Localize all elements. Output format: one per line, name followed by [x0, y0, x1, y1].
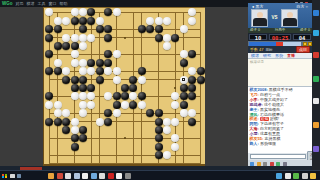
black-stone[interactable] [79, 76, 87, 84]
white-stone[interactable] [113, 8, 121, 16]
black-stone[interactable] [96, 59, 104, 67]
tab-4[interactable]: 直播 [287, 53, 295, 59]
black-stone[interactable] [71, 143, 79, 151]
white-stone[interactable] [71, 8, 79, 16]
quick-launch-icon[interactable] [10, 174, 15, 179]
time-label: 用时 [266, 48, 294, 52]
white-stone[interactable] [79, 34, 87, 42]
black-stone[interactable] [129, 76, 137, 84]
white-stone[interactable] [163, 126, 171, 134]
white-stone[interactable] [71, 34, 79, 42]
black-stone[interactable] [171, 34, 179, 42]
white-stone[interactable] [113, 76, 121, 84]
black-stone[interactable] [138, 25, 146, 33]
go-board[interactable] [43, 7, 205, 166]
black-stone[interactable] [79, 126, 87, 134]
black-player-name: ● 黑方 [252, 4, 264, 9]
menu-item[interactable]: 棋谱 [27, 0, 35, 7]
white-stone[interactable] [54, 101, 62, 109]
black-stone[interactable] [155, 151, 163, 159]
black-stone[interactable] [71, 134, 79, 142]
white-stone[interactable] [79, 42, 87, 50]
chat-tool-icon[interactable] [283, 162, 287, 166]
black-stone[interactable] [45, 118, 53, 126]
chat-input-row: 发送 [248, 153, 312, 160]
desktop-icon[interactable] [313, 30, 319, 36]
avatar-suit [283, 18, 297, 27]
menu-item[interactable]: 对局 [16, 0, 24, 7]
black-stone[interactable] [104, 59, 112, 67]
chat-tool-icon[interactable] [276, 162, 280, 166]
taskbar-app-icon[interactable] [57, 173, 63, 179]
quick-launch [10, 174, 21, 179]
white-stone[interactable] [163, 42, 171, 50]
app-logo: WGo [2, 0, 13, 7]
move-list[interactable]: 棋谱记录 [248, 59, 312, 87]
black-stone[interactable] [155, 34, 163, 42]
white-stone[interactable] [146, 17, 154, 25]
start-button[interactable] [2, 174, 7, 179]
white-stone[interactable] [71, 126, 79, 134]
white-stone[interactable] [180, 25, 188, 33]
players-area: ● 黑方 白方 ○ VS [248, 3, 312, 28]
star-point [124, 37, 126, 39]
count-button[interactable]: 点目 [296, 46, 310, 53]
desktop-icon[interactable] [313, 146, 319, 152]
tab-3[interactable]: 形势 [275, 53, 283, 59]
black-stone[interactable] [155, 109, 163, 117]
tray-icon[interactable] [302, 173, 308, 179]
chat-tool-icon[interactable] [257, 162, 261, 166]
white-clock: 04 [293, 34, 311, 40]
chat-tool-icon[interactable] [263, 162, 267, 166]
white-stone[interactable] [138, 76, 146, 84]
black-stone[interactable] [96, 76, 104, 84]
white-stone[interactable] [62, 34, 70, 42]
black-avatar [251, 9, 268, 27]
system-tray [276, 173, 316, 179]
menu-bar: 对局棋谱工具窗口帮助 [16, 0, 68, 7]
chat-tool-icon[interactable] [270, 162, 274, 166]
taskbar [0, 170, 320, 180]
taskbar-app-icon[interactable] [48, 173, 54, 179]
black-stone[interactable] [188, 76, 196, 84]
black-stone[interactable] [155, 143, 163, 151]
winrate-white-segment [283, 42, 301, 46]
white-stone[interactable] [171, 118, 179, 126]
white-stone[interactable] [113, 67, 121, 75]
black-clock: 10 [249, 34, 267, 40]
tray-icon[interactable] [285, 173, 291, 179]
black-stone[interactable] [155, 118, 163, 126]
desktop-icon[interactable] [313, 76, 319, 82]
chat-area[interactable]: 棋友2008: 黑棋这手不错飞刀: 白稍亏一点小李: 中腹大战开始了观战者: 这… [248, 87, 312, 153]
black-stone[interactable] [62, 118, 70, 126]
white-stone[interactable] [54, 59, 62, 67]
white-stone[interactable] [71, 59, 79, 67]
white-avatar [281, 9, 298, 27]
white-stone[interactable] [188, 17, 196, 25]
white-stone[interactable] [79, 59, 87, 67]
screen: WGo 对局棋谱工具窗口帮助 ● 黑方 白方 ○ VS 提子 0 对局中 提子 … [0, 0, 320, 180]
desktop-icon[interactable] [313, 52, 319, 58]
clock-row: 10 00:25 04 [248, 33, 312, 41]
taskbar-app-icon[interactable] [108, 173, 114, 179]
black-stone[interactable] [71, 84, 79, 92]
tab-2[interactable]: 研究 [263, 53, 271, 59]
move-count: 手数 47 [250, 47, 264, 52]
desktop-icon-strip [312, 0, 320, 170]
black-stone[interactable] [54, 25, 62, 33]
black-stone[interactable] [71, 17, 79, 25]
black-stone[interactable] [62, 76, 70, 84]
black-stone[interactable] [197, 76, 205, 84]
chat-tool-icon[interactable] [250, 162, 254, 166]
white-stone[interactable] [96, 17, 104, 25]
taskbar-app-icon[interactable] [99, 173, 105, 179]
taskbar-app-icon[interactable] [125, 173, 131, 179]
white-stone[interactable] [71, 92, 79, 100]
taskbar-apps [48, 173, 131, 179]
black-stone[interactable] [155, 126, 163, 134]
white-stone[interactable] [79, 101, 87, 109]
black-stone[interactable] [104, 34, 112, 42]
taskbar-app-icon[interactable] [91, 173, 97, 179]
vs-label: VS [270, 15, 279, 20]
white-stone[interactable] [71, 118, 79, 126]
white-stone[interactable] [180, 109, 188, 117]
winrate-red-segment [276, 42, 283, 46]
tab-1[interactable]: 棋谱 [251, 53, 259, 59]
white-stone[interactable] [113, 50, 121, 58]
last-move-marker [182, 78, 185, 81]
black-stone[interactable] [180, 101, 188, 109]
white-stone[interactable] [54, 109, 62, 117]
black-stone[interactable] [104, 118, 112, 126]
black-stone[interactable] [96, 25, 104, 33]
winrate-marker-2[interactable] [308, 42, 312, 46]
white-stone[interactable] [87, 34, 95, 42]
white-stone[interactable] [62, 17, 70, 25]
menu-item[interactable]: 帮助 [60, 0, 68, 7]
black-stone[interactable] [71, 42, 79, 50]
start-glyph-tile [5, 176, 7, 178]
black-stone[interactable] [45, 34, 53, 42]
tray-icon[interactable] [310, 173, 316, 179]
desktop-icon[interactable] [313, 98, 319, 104]
black-stone[interactable] [180, 84, 188, 92]
white-stone[interactable] [163, 17, 171, 25]
black-stone[interactable] [54, 42, 62, 50]
black-stone[interactable] [180, 59, 188, 67]
tray-icon[interactable] [293, 173, 299, 179]
black-stone[interactable] [54, 67, 62, 75]
taskbar-app-icon[interactable] [116, 173, 122, 179]
left-sidebar [0, 7, 43, 166]
byoyomi-clock: 00:25 [269, 34, 291, 40]
quick-launch-icon[interactable] [17, 174, 22, 179]
taskbar-app-icon[interactable] [65, 173, 71, 179]
taskbar-app-icon[interactable] [74, 173, 80, 179]
move-list-hint: 棋谱记录 [248, 59, 312, 65]
black-stone[interactable] [71, 76, 79, 84]
winrate-black-segment [249, 42, 276, 46]
white-stone[interactable] [138, 101, 146, 109]
white-player-name: 白方 ○ [296, 4, 308, 9]
white-stone[interactable] [96, 118, 104, 126]
menu-item[interactable]: 窗口 [49, 0, 57, 7]
white-stone[interactable] [113, 109, 121, 117]
menu-item[interactable]: 工具 [38, 0, 46, 7]
black-stone[interactable] [113, 101, 121, 109]
black-stone[interactable] [138, 67, 146, 75]
black-stone[interactable] [197, 67, 205, 75]
desktop-icon[interactable] [313, 10, 319, 16]
white-stone[interactable] [163, 34, 171, 42]
black-stone[interactable] [155, 134, 163, 142]
chat-username: 路人: [250, 141, 260, 146]
game-panel: ● 黑方 白方 ○ VS 提子 0 对局中 提子 0 10 00:25 04 手… [248, 3, 312, 167]
avatar-suit [253, 18, 267, 27]
white-stone[interactable] [54, 17, 62, 25]
white-stone[interactable] [163, 118, 171, 126]
black-stone[interactable] [121, 84, 129, 92]
white-stone[interactable] [155, 17, 163, 25]
black-stone[interactable] [155, 25, 163, 33]
black-stone[interactable] [113, 92, 121, 100]
black-stone[interactable] [96, 67, 104, 75]
black-stone[interactable] [188, 118, 196, 126]
desktop-icon[interactable] [313, 122, 319, 128]
white-stone[interactable] [71, 50, 79, 58]
black-stone[interactable] [54, 118, 62, 126]
chat-input[interactable] [250, 154, 306, 159]
black-stone[interactable] [79, 84, 87, 92]
black-stone[interactable] [79, 17, 87, 25]
winrate-marker-1[interactable] [303, 42, 307, 46]
taskbar-app-icon[interactable] [82, 173, 88, 179]
chat-line: 路人: 形势细微 [250, 142, 311, 147]
white-stone[interactable] [121, 101, 129, 109]
tray-icon[interactable] [276, 173, 282, 179]
